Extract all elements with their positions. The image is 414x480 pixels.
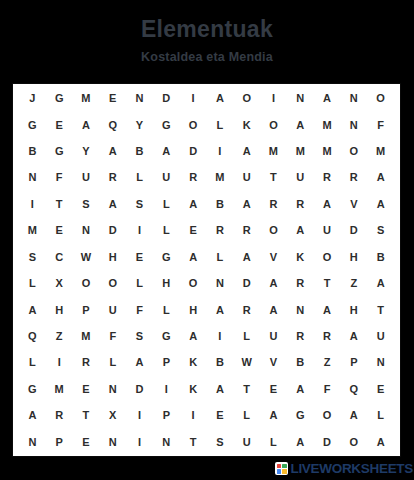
grid-cell[interactable]: M (260, 138, 287, 164)
grid-cell[interactable]: T (233, 376, 260, 402)
page-subtitle: Kostaldea eta Mendia (0, 50, 414, 64)
grid-cell[interactable]: R (260, 191, 287, 217)
grid-cell[interactable]: L (233, 323, 260, 349)
grid-cell[interactable]: E (126, 244, 153, 270)
grid-cell[interactable]: Q (19, 323, 46, 349)
grid-cell[interactable]: N (99, 429, 126, 455)
grid-cell[interactable]: L (19, 349, 46, 375)
grid-cell[interactable]: P (153, 349, 180, 375)
grid-cell[interactable]: A (99, 138, 126, 164)
grid-cell[interactable]: Z (314, 349, 341, 375)
grid-cell[interactable]: O (99, 270, 126, 296)
worksheet-page: Elementuak Kostaldea eta Mendia JGMENDIA… (0, 0, 414, 480)
grid-cell[interactable]: R (314, 164, 341, 190)
grid-cell[interactable]: I (180, 85, 207, 111)
grid-cell[interactable]: O (314, 402, 341, 428)
grid-cell[interactable]: E (99, 85, 126, 111)
grid-cell[interactable]: A (19, 402, 46, 428)
grid-cell[interactable]: H (340, 244, 367, 270)
grid-cell[interactable]: U (260, 323, 287, 349)
grid-cell[interactable]: R (46, 402, 73, 428)
grid-cell[interactable]: A (314, 296, 341, 322)
grid-cell[interactable]: Y (126, 111, 153, 137)
grid-cell[interactable]: U (153, 164, 180, 190)
grid-cell[interactable]: U (99, 296, 126, 322)
grid-cell[interactable]: L (207, 244, 234, 270)
grid-cell[interactable]: H (99, 244, 126, 270)
grid-cell[interactable]: H (153, 270, 180, 296)
grid-cell[interactable]: R (287, 191, 314, 217)
grid-cell[interactable]: B (19, 138, 46, 164)
grid-cell[interactable]: B (287, 349, 314, 375)
grid-cell[interactable]: U (73, 164, 100, 190)
grid-cell[interactable]: I (46, 349, 73, 375)
grid-cell[interactable]: A (180, 244, 207, 270)
grid-cell[interactable]: F (314, 376, 341, 402)
grid-cell[interactable]: K (287, 244, 314, 270)
grid-cell[interactable]: O (367, 85, 394, 111)
grid-cell[interactable]: O (260, 111, 287, 137)
liveworksheets-logo-icon (275, 462, 288, 475)
grid-cell[interactable]: G (153, 323, 180, 349)
grid-cell[interactable]: X (99, 402, 126, 428)
logo-blue-square (277, 469, 282, 474)
grid-cell[interactable]: E (73, 376, 100, 402)
grid-cell[interactable]: G (153, 244, 180, 270)
grid-cell[interactable]: P (46, 429, 73, 455)
grid-cell[interactable]: A (367, 164, 394, 190)
grid-cell[interactable]: L (233, 402, 260, 428)
grid-cell[interactable]: R (233, 296, 260, 322)
grid-cell[interactable]: O (340, 429, 367, 455)
grid-cell[interactable]: B (207, 349, 234, 375)
grid-cell[interactable]: T (46, 191, 73, 217)
grid-cell[interactable]: O (180, 270, 207, 296)
grid-cell[interactable]: I (126, 429, 153, 455)
grid-cell[interactable]: A (19, 296, 46, 322)
grid-cell[interactable]: L (19, 270, 46, 296)
grid-cell[interactable]: S (126, 191, 153, 217)
grid-cell[interactable]: V (260, 244, 287, 270)
grid-cell[interactable]: L (260, 429, 287, 455)
grid-cell[interactable]: D (314, 429, 341, 455)
grid-cell[interactable]: V (340, 191, 367, 217)
grid-cell[interactable]: K (180, 349, 207, 375)
grid-cell[interactable]: D (99, 217, 126, 243)
grid-cell[interactable]: D (233, 270, 260, 296)
grid-cell[interactable]: P (153, 402, 180, 428)
grid-cell[interactable]: A (260, 270, 287, 296)
grid-cell[interactable]: A (314, 85, 341, 111)
grid-cell[interactable]: M (73, 85, 100, 111)
grid-cell[interactable]: I (260, 85, 287, 111)
grid-cell[interactable]: T (260, 164, 287, 190)
logo-green-square (282, 464, 287, 469)
grid-cell[interactable]: E (260, 376, 287, 402)
footer: LIVEWORKSHEETS (0, 457, 414, 480)
grid-cell[interactable]: L (367, 402, 394, 428)
grid-cell[interactable]: N (367, 349, 394, 375)
grid-cell[interactable]: T (180, 429, 207, 455)
grid-cell[interactable]: O (73, 270, 100, 296)
grid-cell[interactable]: B (126, 138, 153, 164)
grid-cell[interactable]: A (180, 191, 207, 217)
grid-cell[interactable]: A (99, 191, 126, 217)
grid-cell[interactable]: A (233, 191, 260, 217)
grid-cell[interactable]: R (287, 270, 314, 296)
grid-cell[interactable]: N (340, 111, 367, 137)
grid-cell[interactable]: U (233, 429, 260, 455)
grid-cell[interactable]: O (233, 85, 260, 111)
grid-cell[interactable]: K (180, 376, 207, 402)
grid-cell[interactable]: A (287, 429, 314, 455)
grid-cell[interactable]: M (314, 111, 341, 137)
grid-cell[interactable]: E (73, 429, 100, 455)
grid-cell[interactable]: E (46, 111, 73, 137)
grid-cell[interactable]: A (340, 323, 367, 349)
grid-cell[interactable]: J (19, 85, 46, 111)
grid-cell[interactable]: A (207, 296, 234, 322)
grid-cell[interactable]: A (287, 111, 314, 137)
grid-cell[interactable]: P (73, 296, 100, 322)
grid-cell[interactable]: F (126, 296, 153, 322)
grid-cell[interactable]: B (367, 244, 394, 270)
grid-cell[interactable]: A (314, 191, 341, 217)
grid-cell[interactable]: T (73, 402, 100, 428)
grid-cell[interactable]: A (233, 244, 260, 270)
grid-cell[interactable]: A (153, 138, 180, 164)
grid-cell[interactable]: X (46, 270, 73, 296)
grid-cell[interactable]: A (233, 138, 260, 164)
grid-cell[interactable]: I (126, 402, 153, 428)
grid-cell[interactable]: Q (340, 376, 367, 402)
grid-cell[interactable]: H (46, 296, 73, 322)
grid-cell[interactable]: T (314, 270, 341, 296)
grid-cell[interactable]: A (260, 296, 287, 322)
grid-cell[interactable]: S (367, 217, 394, 243)
grid-cell[interactable]: O (314, 244, 341, 270)
grid-cell[interactable]: N (340, 85, 367, 111)
grid-cell[interactable]: L (153, 296, 180, 322)
grid-cell[interactable]: S (73, 191, 100, 217)
grid-cell[interactable]: A (340, 402, 367, 428)
grid-cell[interactable]: H (340, 296, 367, 322)
grid-cell[interactable]: I (180, 402, 207, 428)
grid-cell[interactable]: F (367, 111, 394, 137)
grid-cell[interactable]: D (180, 138, 207, 164)
grid-cell[interactable]: L (153, 191, 180, 217)
grid-cell[interactable]: F (46, 164, 73, 190)
grid-cell[interactable]: I (153, 376, 180, 402)
watermark-label: LIVEWORKSHEETS (290, 461, 413, 476)
grid-cell[interactable]: U (287, 164, 314, 190)
grid-cell[interactable]: R (73, 349, 100, 375)
grid-cell[interactable]: N (153, 429, 180, 455)
grid-cell[interactable]: A (287, 376, 314, 402)
grid-cell[interactable]: A (126, 349, 153, 375)
grid-cell[interactable]: W (233, 349, 260, 375)
page-title: Elementuak (0, 16, 414, 43)
grid-cell[interactable]: E (367, 376, 394, 402)
grid-cell[interactable]: S (19, 244, 46, 270)
grid-cell[interactable]: V (260, 349, 287, 375)
grid-cell[interactable]: K (233, 111, 260, 137)
grid-cell[interactable]: G (153, 111, 180, 137)
grid-cell[interactable]: P (340, 349, 367, 375)
grid-cell[interactable]: Y (73, 138, 100, 164)
grid-cell[interactable]: S (126, 323, 153, 349)
grid-cell[interactable]: A (367, 270, 394, 296)
grid-cell[interactable]: R (99, 164, 126, 190)
grid-cell[interactable]: S (207, 429, 234, 455)
grid-cell[interactable]: N (126, 85, 153, 111)
grid-cell[interactable]: N (287, 85, 314, 111)
grid-cell[interactable]: U (367, 323, 394, 349)
grid-cell[interactable]: H (180, 296, 207, 322)
grid-cell[interactable]: I (126, 217, 153, 243)
grid-cell[interactable]: R (287, 323, 314, 349)
grid-cell[interactable]: M (19, 217, 46, 243)
grid-cell[interactable]: C (46, 244, 73, 270)
grid-cell[interactable]: N (73, 217, 100, 243)
grid-cell[interactable]: M (207, 164, 234, 190)
grid-cell[interactable]: Z (340, 270, 367, 296)
grid-cell[interactable]: L (207, 111, 234, 137)
logo-yellow-square (282, 469, 287, 474)
liveworksheets-watermark[interactable]: LIVEWORKSHEETS (275, 461, 413, 476)
grid-cell[interactable]: A (260, 402, 287, 428)
grid-cell[interactable]: O (180, 111, 207, 137)
grid-cell[interactable]: T (367, 296, 394, 322)
grid-cell[interactable]: I (207, 323, 234, 349)
grid-cell[interactable]: E (180, 217, 207, 243)
grid-cell[interactable]: M (367, 138, 394, 164)
grid-cell[interactable]: M (314, 138, 341, 164)
grid-cell[interactable]: Q (99, 111, 126, 137)
grid-cell[interactable]: A (207, 376, 234, 402)
word-search-board: JGMENDIAOINANOGEAQYGOLKOAMNFBGYABADIAMMM… (12, 83, 401, 457)
grid-cell[interactable]: R (207, 217, 234, 243)
grid-cell[interactable]: U (233, 164, 260, 190)
grid-cell[interactable]: M (287, 138, 314, 164)
grid-cell[interactable]: A (207, 85, 234, 111)
grid-cell[interactable]: G (46, 85, 73, 111)
grid-cell[interactable]: E (46, 217, 73, 243)
grid-cell[interactable]: W (73, 244, 100, 270)
grid-cell[interactable]: G (46, 138, 73, 164)
grid-cell[interactable]: N (19, 164, 46, 190)
grid-cell[interactable]: U (314, 217, 341, 243)
grid-cell[interactable]: O (260, 217, 287, 243)
header: Elementuak Kostaldea eta Mendia (0, 0, 414, 83)
grid-cell[interactable]: L (126, 270, 153, 296)
grid-cell[interactable]: M (73, 323, 100, 349)
grid-cell[interactable]: R (233, 217, 260, 243)
grid-cell[interactable]: R (314, 323, 341, 349)
grid-cell[interactable]: E (207, 402, 234, 428)
grid-cell[interactable]: A (287, 217, 314, 243)
grid-cell[interactable]: G (287, 402, 314, 428)
grid-cell[interactable]: F (99, 323, 126, 349)
grid-cell[interactable]: D (126, 376, 153, 402)
grid-cell[interactable]: L (99, 349, 126, 375)
grid-cell[interactable]: G (19, 376, 46, 402)
grid-cell[interactable]: Z (46, 323, 73, 349)
grid-cell[interactable]: L (153, 217, 180, 243)
grid-cell[interactable]: L (126, 164, 153, 190)
logo-red-square (277, 464, 282, 469)
grid-cell[interactable]: B (207, 191, 234, 217)
grid-cell[interactable]: M (46, 376, 73, 402)
grid-cell[interactable]: I (19, 191, 46, 217)
grid-cell[interactable]: N (207, 270, 234, 296)
grid-cell[interactable]: N (19, 429, 46, 455)
grid-cell[interactable]: D (340, 217, 367, 243)
grid-cell[interactable]: A (73, 111, 100, 137)
grid-cell[interactable]: N (287, 296, 314, 322)
grid-cell[interactable]: A (180, 323, 207, 349)
grid-cell[interactable]: D (153, 85, 180, 111)
grid-cell[interactable]: A (367, 429, 394, 455)
grid-cell[interactable]: R (180, 164, 207, 190)
grid-cell[interactable]: I (207, 138, 234, 164)
grid-cell[interactable]: N (99, 376, 126, 402)
grid-cell[interactable]: A (367, 191, 394, 217)
grid-cell[interactable]: R (340, 164, 367, 190)
grid-cell[interactable]: G (19, 111, 46, 137)
grid-cell[interactable]: O (340, 138, 367, 164)
